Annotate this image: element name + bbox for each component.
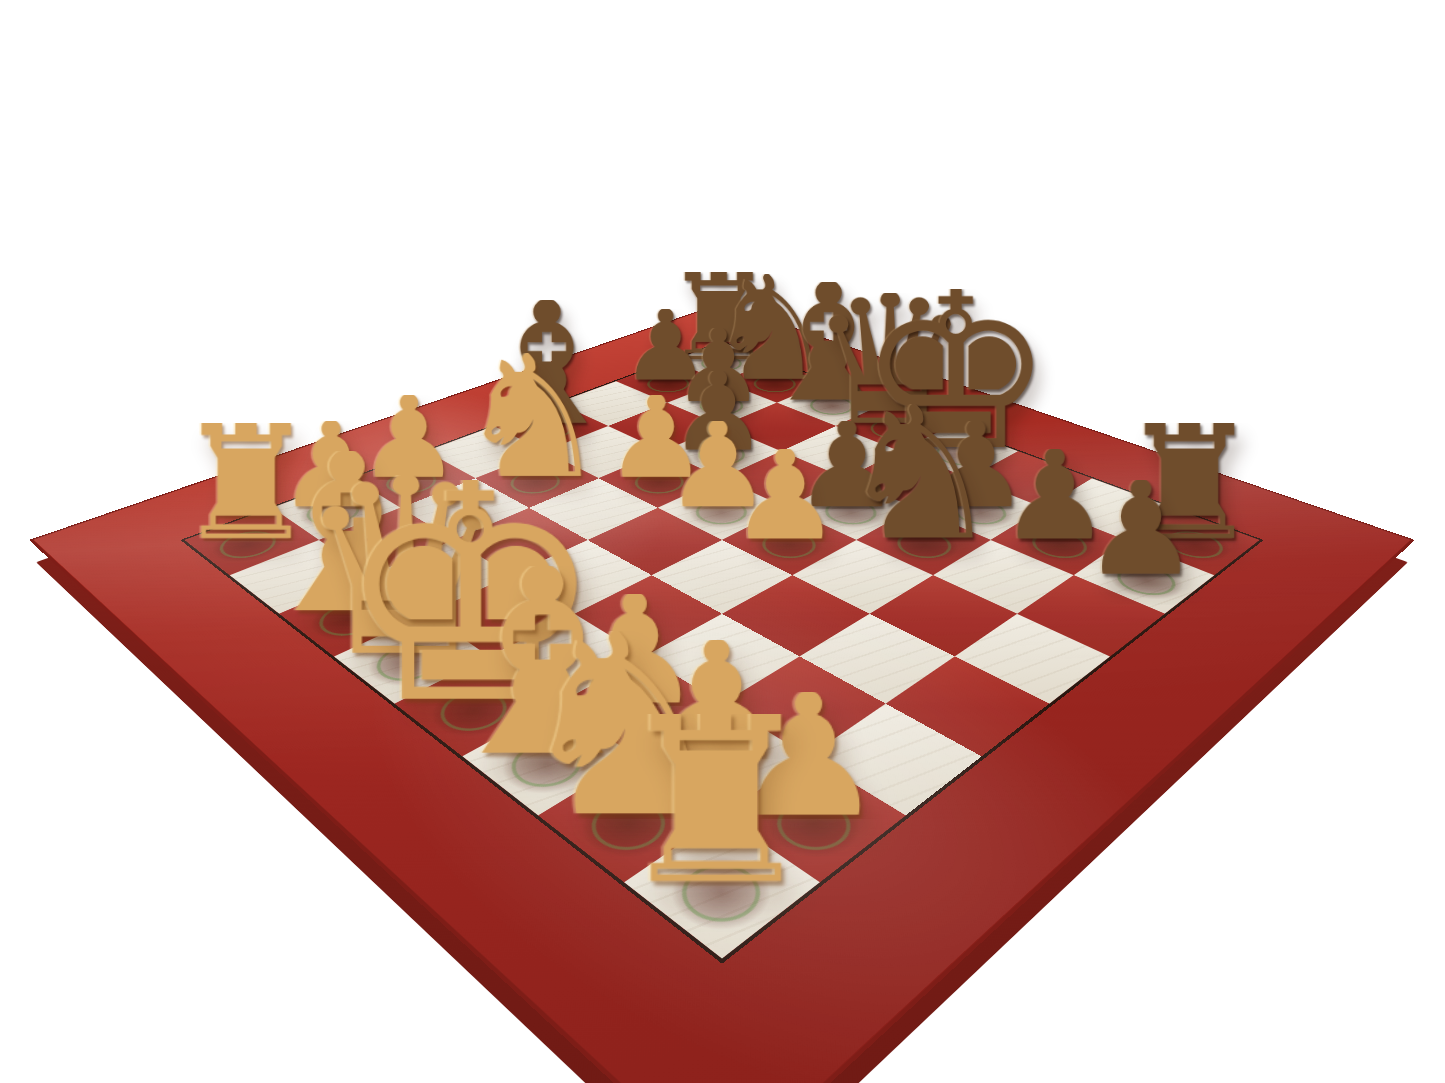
white-pawn-e5[interactable]: ♟ [635, 449, 936, 542]
board-surface: ♜♞♝♛♚♜♟♟♟♟♟♟♟♞♝♟♟♟♞♟♟♟♟♟♜♝♛♚♝♞♜ [29, 303, 1415, 1083]
black-pawn-h7[interactable]: ♟ [983, 480, 1298, 578]
square-h1[interactable]: ♜ [624, 815, 820, 958]
scene: ♜♞♝♛♚♜♟♟♟♟♟♟♟♞♝♟♟♟♞♟♟♟♟♟♜♝♛♚♝♞♜ [0, 0, 1445, 1083]
square-h7[interactable]: ♟ [1074, 540, 1215, 614]
chess-board: ♜♞♝♛♚♜♟♟♟♟♟♟♟♞♝♟♟♟♞♟♟♟♟♟♜♝♛♚♝♞♜ [29, 303, 1415, 1083]
white-rook-h1[interactable]: ♜ [496, 714, 935, 887]
playing-field: ♜♞♝♛♚♜♟♟♟♟♟♟♟♞♝♟♟♟♞♟♟♟♟♟♜♝♛♚♝♞♜ [185, 342, 1260, 958]
